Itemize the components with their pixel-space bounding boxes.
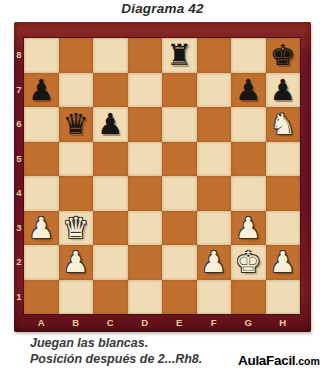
piece-white-pawn: ♟ (24, 211, 59, 246)
square-e7 (162, 73, 197, 108)
square-a7: ♟ (24, 73, 59, 108)
square-h3 (266, 211, 301, 246)
square-f4 (197, 176, 232, 211)
file-label-h: H (266, 314, 301, 332)
piece-white-pawn: ♟ (266, 245, 301, 280)
square-f2: ♟ (197, 245, 232, 280)
square-h5 (266, 142, 301, 177)
square-e4 (162, 176, 197, 211)
rank-label-3: 3 (14, 211, 24, 246)
file-label-g: G (231, 314, 266, 332)
square-a1 (24, 280, 59, 315)
square-f8 (197, 38, 232, 73)
square-a2 (24, 245, 59, 280)
aulafacil-logo: AulaFacil.com (238, 353, 320, 368)
square-c6: ♟ (93, 107, 128, 142)
square-h7: ♟ (266, 73, 301, 108)
square-b5 (59, 142, 94, 177)
square-a4 (24, 176, 59, 211)
logo-name: AulaFacil (238, 353, 295, 368)
square-g3: ♟ (231, 211, 266, 246)
rank-label-6: 6 (14, 107, 24, 142)
square-c7 (93, 73, 128, 108)
file-labels: ABCDEFGH (24, 314, 300, 332)
square-c4 (93, 176, 128, 211)
square-g4 (231, 176, 266, 211)
square-a3: ♟ (24, 211, 59, 246)
square-c3 (93, 211, 128, 246)
piece-black-queen: ♛ (59, 107, 94, 142)
square-c1 (93, 280, 128, 315)
rank-label-4: 4 (14, 176, 24, 211)
piece-white-knight: ♞ (266, 107, 301, 142)
rank-label-2: 2 (14, 245, 24, 280)
square-d5 (128, 142, 163, 177)
square-e6 (162, 107, 197, 142)
square-e2 (162, 245, 197, 280)
piece-black-pawn: ♟ (231, 73, 266, 108)
square-a5 (24, 142, 59, 177)
piece-white-queen: ♛ (59, 211, 94, 246)
square-g6 (231, 107, 266, 142)
chess-diagram-page: Diagrama 42 87654321 ♜♚♟♟♟♛♟♞♟♛♟♟♟♚♟ ABC… (0, 0, 325, 371)
piece-white-pawn: ♟ (231, 211, 266, 246)
piece-black-rook: ♜ (162, 38, 197, 73)
square-f7 (197, 73, 232, 108)
piece-white-king: ♚ (231, 245, 266, 280)
file-label-b: B (59, 314, 94, 332)
square-g7: ♟ (231, 73, 266, 108)
square-a8 (24, 38, 59, 73)
caption-move-note: Posición después de 2...Rh8. (30, 352, 202, 368)
file-label-a: A (24, 314, 59, 332)
square-b4 (59, 176, 94, 211)
caption: Juegan las blancas. Posición después de … (30, 336, 202, 367)
logo-tld: .com (295, 355, 320, 367)
square-b2: ♟ (59, 245, 94, 280)
square-d4 (128, 176, 163, 211)
piece-black-pawn: ♟ (93, 107, 128, 142)
square-h8: ♚ (266, 38, 301, 73)
square-a6 (24, 107, 59, 142)
square-b7 (59, 73, 94, 108)
square-d8 (128, 38, 163, 73)
square-g2: ♚ (231, 245, 266, 280)
chess-board: ♜♚♟♟♟♛♟♞♟♛♟♟♟♚♟ (24, 38, 300, 314)
caption-to-move: Juegan las blancas. (30, 336, 202, 352)
square-h2: ♟ (266, 245, 301, 280)
rank-labels: 87654321 (14, 38, 24, 314)
square-f6 (197, 107, 232, 142)
square-e1 (162, 280, 197, 315)
square-f5 (197, 142, 232, 177)
square-h4 (266, 176, 301, 211)
square-c5 (93, 142, 128, 177)
square-b6: ♛ (59, 107, 94, 142)
square-e5 (162, 142, 197, 177)
file-label-f: F (197, 314, 232, 332)
square-d1 (128, 280, 163, 315)
rank-label-8: 8 (14, 38, 24, 73)
diagram-title: Diagrama 42 (0, 1, 325, 16)
square-d3 (128, 211, 163, 246)
square-f3 (197, 211, 232, 246)
square-g5 (231, 142, 266, 177)
square-b8 (59, 38, 94, 73)
square-c8 (93, 38, 128, 73)
square-g1 (231, 280, 266, 315)
chess-board-frame: 87654321 ♜♚♟♟♟♛♟♞♟♛♟♟♟♚♟ ABCDEFGH (14, 22, 311, 332)
square-e8: ♜ (162, 38, 197, 73)
square-b3: ♛ (59, 211, 94, 246)
rank-label-1: 1 (14, 280, 24, 315)
piece-black-pawn: ♟ (24, 73, 59, 108)
file-label-d: D (128, 314, 163, 332)
square-h1 (266, 280, 301, 315)
piece-black-pawn: ♟ (266, 73, 301, 108)
square-h6: ♞ (266, 107, 301, 142)
square-g8 (231, 38, 266, 73)
square-d7 (128, 73, 163, 108)
piece-white-pawn: ♟ (59, 245, 94, 280)
rank-label-5: 5 (14, 142, 24, 177)
square-d6 (128, 107, 163, 142)
piece-black-king: ♚ (266, 38, 301, 73)
square-e3 (162, 211, 197, 246)
file-label-e: E (162, 314, 197, 332)
file-label-c: C (93, 314, 128, 332)
piece-white-pawn: ♟ (197, 245, 232, 280)
square-f1 (197, 280, 232, 315)
rank-label-7: 7 (14, 73, 24, 108)
square-d2 (128, 245, 163, 280)
square-c2 (93, 245, 128, 280)
square-b1 (59, 280, 94, 315)
